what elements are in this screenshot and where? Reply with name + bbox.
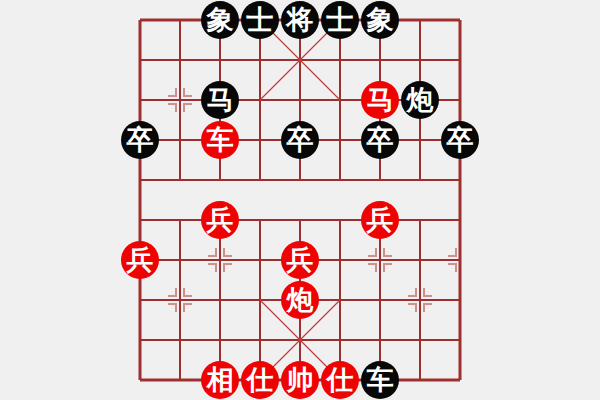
- board-point[interactable]: 士: [240, 0, 280, 40]
- piece-red-soldier[interactable]: 兵: [201, 201, 239, 239]
- board-point[interactable]: [440, 360, 480, 400]
- piece-black-general[interactable]: 将: [281, 1, 319, 39]
- board-point[interactable]: [160, 240, 200, 280]
- board-point[interactable]: [440, 40, 480, 80]
- piece-black-soldier[interactable]: 卒: [361, 121, 399, 159]
- board-point[interactable]: [200, 160, 240, 200]
- board-point[interactable]: [280, 160, 320, 200]
- board-point[interactable]: [320, 40, 360, 80]
- piece-black-cannon[interactable]: 炮: [401, 81, 439, 119]
- board-point[interactable]: [200, 320, 240, 360]
- piece-black-chariot[interactable]: 车: [361, 361, 399, 399]
- board-point[interactable]: [120, 320, 160, 360]
- board-point[interactable]: [440, 0, 480, 40]
- board-point[interactable]: [160, 0, 200, 40]
- board-point[interactable]: [360, 240, 400, 280]
- board-point[interactable]: [240, 320, 280, 360]
- board-point[interactable]: [400, 40, 440, 80]
- board-point[interactable]: 兵: [280, 240, 320, 280]
- board-point[interactable]: [440, 160, 480, 200]
- board-point[interactable]: [120, 0, 160, 40]
- board-point[interactable]: [160, 40, 200, 80]
- board-point[interactable]: [120, 280, 160, 320]
- board-point[interactable]: [240, 200, 280, 240]
- board-point[interactable]: [400, 280, 440, 320]
- board-point[interactable]: 车: [200, 120, 240, 160]
- board-point[interactable]: [320, 120, 360, 160]
- board-point[interactable]: [400, 360, 440, 400]
- piece-black-soldier[interactable]: 卒: [281, 121, 319, 159]
- board-point[interactable]: 卒: [280, 120, 320, 160]
- board-point[interactable]: [440, 280, 480, 320]
- board-point[interactable]: 相: [200, 360, 240, 400]
- board-point[interactable]: [280, 320, 320, 360]
- piece-black-elephant[interactable]: 象: [361, 1, 399, 39]
- piece-red-cannon[interactable]: 炮: [281, 281, 319, 319]
- board-point[interactable]: [240, 280, 280, 320]
- board-point[interactable]: [440, 200, 480, 240]
- board-point[interactable]: [160, 200, 200, 240]
- board-point[interactable]: 卒: [440, 120, 480, 160]
- board-point[interactable]: 象: [200, 0, 240, 40]
- piece-red-advisor[interactable]: 仕: [241, 361, 279, 399]
- board-point[interactable]: [400, 320, 440, 360]
- board-point[interactable]: [280, 80, 320, 120]
- piece-black-soldier[interactable]: 卒: [441, 121, 479, 159]
- board-point[interactable]: [120, 160, 160, 200]
- board-point[interactable]: [400, 0, 440, 40]
- board-point[interactable]: [240, 40, 280, 80]
- board-point[interactable]: 象: [360, 0, 400, 40]
- board-point[interactable]: 兵: [120, 240, 160, 280]
- board-point[interactable]: [240, 160, 280, 200]
- board-point[interactable]: 马: [360, 80, 400, 120]
- board-point[interactable]: [160, 160, 200, 200]
- board-point[interactable]: [240, 120, 280, 160]
- board-point[interactable]: [120, 80, 160, 120]
- board-point[interactable]: [120, 200, 160, 240]
- board-point[interactable]: 兵: [200, 200, 240, 240]
- board-point[interactable]: [400, 200, 440, 240]
- board-point[interactable]: 卒: [120, 120, 160, 160]
- board-point[interactable]: [280, 200, 320, 240]
- piece-black-soldier[interactable]: 卒: [121, 121, 159, 159]
- piece-red-elephant[interactable]: 相: [201, 361, 239, 399]
- board-point[interactable]: [440, 80, 480, 120]
- board-point[interactable]: 炮: [280, 280, 320, 320]
- board-point[interactable]: [320, 280, 360, 320]
- board-point[interactable]: [200, 240, 240, 280]
- board-point[interactable]: [200, 280, 240, 320]
- xiangqi-board: 象士将士象马马炮卒车卒卒卒兵兵兵兵炮相仕帅仕车: [0, 0, 600, 400]
- board-point[interactable]: 帅: [280, 360, 320, 400]
- board-point[interactable]: [240, 240, 280, 280]
- board-point[interactable]: 兵: [360, 200, 400, 240]
- board-point[interactable]: [320, 200, 360, 240]
- board-point[interactable]: [200, 40, 240, 80]
- board-point[interactable]: 仕: [320, 360, 360, 400]
- board-point[interactable]: [280, 40, 320, 80]
- board-point[interactable]: [120, 360, 160, 400]
- piece-black-elephant[interactable]: 象: [201, 1, 239, 39]
- board-point[interactable]: 仕: [240, 360, 280, 400]
- board-point[interactable]: [360, 320, 400, 360]
- board-point[interactable]: 马: [200, 80, 240, 120]
- piece-black-horse[interactable]: 马: [201, 81, 239, 119]
- piece-red-horse[interactable]: 马: [361, 81, 399, 119]
- board-point[interactable]: 卒: [360, 120, 400, 160]
- board-point[interactable]: [160, 120, 200, 160]
- board-point[interactable]: [160, 320, 200, 360]
- piece-black-advisor[interactable]: 士: [321, 1, 359, 39]
- piece-red-soldier[interactable]: 兵: [121, 241, 159, 279]
- board-point[interactable]: [320, 160, 360, 200]
- piece-red-soldier[interactable]: 兵: [281, 241, 319, 279]
- board-point[interactable]: [360, 280, 400, 320]
- board-point[interactable]: 士: [320, 0, 360, 40]
- board-point[interactable]: 车: [360, 360, 400, 400]
- board-point[interactable]: [160, 280, 200, 320]
- board-point[interactable]: [360, 160, 400, 200]
- board-point[interactable]: [320, 320, 360, 360]
- board-point[interactable]: [320, 240, 360, 280]
- board-point[interactable]: [160, 360, 200, 400]
- board-point[interactable]: [400, 120, 440, 160]
- board-point[interactable]: [440, 320, 480, 360]
- piece-red-general[interactable]: 帅: [281, 361, 319, 399]
- piece-black-advisor[interactable]: 士: [241, 1, 279, 39]
- board-point[interactable]: [160, 80, 200, 120]
- pieces-grid: 象士将士象马马炮卒车卒卒卒兵兵兵兵炮相仕帅仕车: [120, 0, 480, 400]
- board-point[interactable]: [320, 80, 360, 120]
- piece-red-chariot[interactable]: 车: [201, 121, 239, 159]
- piece-red-soldier[interactable]: 兵: [361, 201, 399, 239]
- board-point[interactable]: [400, 160, 440, 200]
- board-point[interactable]: 炮: [400, 80, 440, 120]
- board-point[interactable]: [400, 240, 440, 280]
- board-point[interactable]: [440, 240, 480, 280]
- board-point[interactable]: [360, 40, 400, 80]
- piece-red-advisor[interactable]: 仕: [321, 361, 359, 399]
- board-point[interactable]: [240, 80, 280, 120]
- board-point[interactable]: 将: [280, 0, 320, 40]
- board-point[interactable]: [120, 40, 160, 80]
